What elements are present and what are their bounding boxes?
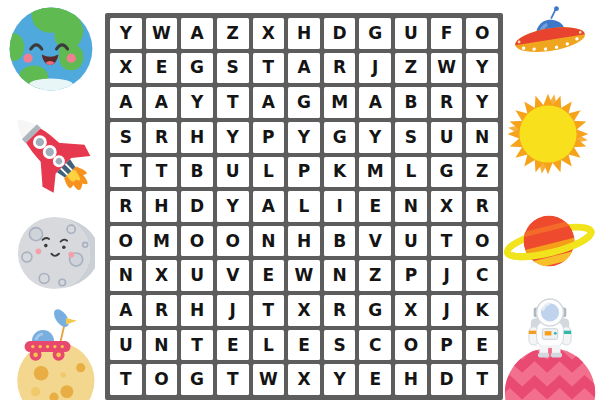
grid-cell[interactable]: T: [253, 295, 285, 326]
grid-cell[interactable]: J: [431, 295, 463, 326]
grid-cell[interactable]: D: [431, 364, 463, 395]
grid-cell[interactable]: N: [253, 226, 285, 257]
grid-cell[interactable]: H: [395, 364, 427, 395]
grid-cell[interactable]: A: [253, 191, 285, 222]
grid-cell[interactable]: Z: [466, 157, 498, 188]
grid-cell[interactable]: S: [395, 122, 427, 153]
grid-cell[interactable]: O: [466, 226, 498, 257]
grid-cell[interactable]: M: [146, 226, 178, 257]
grid-cell[interactable]: A: [110, 87, 142, 118]
grid-cell[interactable]: Y: [466, 53, 498, 84]
grid-cell[interactable]: Y: [288, 122, 320, 153]
grid-cell[interactable]: N: [324, 260, 356, 291]
grid-cell[interactable]: A: [181, 18, 213, 49]
grid-cell[interactable]: J: [217, 295, 249, 326]
grid-cell[interactable]: X: [110, 53, 142, 84]
grid-cell[interactable]: L: [288, 191, 320, 222]
grid-cell[interactable]: V: [217, 260, 249, 291]
grid-cell[interactable]: H: [181, 295, 213, 326]
grid-cell[interactable]: R: [466, 191, 498, 222]
grid-cell[interactable]: E: [288, 330, 320, 361]
grid-cell[interactable]: X: [146, 260, 178, 291]
astronaut-planet-icon: [502, 293, 598, 400]
grid-cell[interactable]: D: [324, 18, 356, 49]
grid-cell[interactable]: G: [288, 87, 320, 118]
grid-cell[interactable]: X: [288, 364, 320, 395]
grid-cell[interactable]: L: [253, 330, 285, 361]
grid-cell[interactable]: T: [217, 87, 249, 118]
word-search-grid: YWAZXHDGUFOXEGSTARJZWYAAYTAGMABRYSRHYPYG…: [105, 13, 503, 400]
grid-cell[interactable]: R: [324, 295, 356, 326]
grid-cell[interactable]: T: [253, 53, 285, 84]
grid-cell[interactable]: T: [110, 157, 142, 188]
grid-cell[interactable]: Y: [181, 87, 213, 118]
grid-cell[interactable]: K: [466, 295, 498, 326]
grid-cell[interactable]: U: [217, 157, 249, 188]
grid-cell[interactable]: T: [110, 364, 142, 395]
grid-cell[interactable]: Z: [217, 18, 249, 49]
grid-cell[interactable]: A: [359, 87, 391, 118]
grid-cell[interactable]: V: [359, 226, 391, 257]
grid-cell[interactable]: M: [359, 157, 391, 188]
grid-cell[interactable]: Y: [217, 122, 249, 153]
grid-cell[interactable]: R: [110, 191, 142, 222]
grid-cell[interactable]: E: [146, 53, 178, 84]
grid-cell[interactable]: A: [110, 295, 142, 326]
grid-cell[interactable]: T: [181, 330, 213, 361]
grid-cell[interactable]: E: [253, 260, 285, 291]
grid-cell[interactable]: E: [217, 330, 249, 361]
grid-cell[interactable]: C: [359, 330, 391, 361]
moon-icon: [13, 212, 95, 294]
grid-cell[interactable]: N: [110, 260, 142, 291]
grid-cell[interactable]: J: [431, 260, 463, 291]
grid-cell[interactable]: G: [359, 18, 391, 49]
grid-cell[interactable]: E: [466, 330, 498, 361]
grid-cell[interactable]: G: [324, 122, 356, 153]
grid-cell[interactable]: R: [324, 53, 356, 84]
grid-cell[interactable]: N: [146, 330, 178, 361]
grid-cell[interactable]: H: [146, 191, 178, 222]
grid-cell[interactable]: R: [431, 87, 463, 118]
grid-cell[interactable]: G: [431, 157, 463, 188]
grid-cell[interactable]: A: [146, 87, 178, 118]
grid-cell[interactable]: B: [324, 226, 356, 257]
earth-icon: [5, 3, 97, 95]
grid-cell[interactable]: H: [288, 18, 320, 49]
grid-cell[interactable]: J: [359, 53, 391, 84]
grid-cell[interactable]: U: [431, 122, 463, 153]
grid-cell[interactable]: M: [324, 87, 356, 118]
grid-cell[interactable]: T: [146, 157, 178, 188]
grid-cell[interactable]: W: [253, 364, 285, 395]
saturn-icon: [500, 206, 598, 276]
grid-cell[interactable]: Z: [359, 260, 391, 291]
grid-cell[interactable]: S: [324, 330, 356, 361]
grid-cell[interactable]: U: [181, 260, 213, 291]
grid-cell[interactable]: O: [110, 226, 142, 257]
grid-cell[interactable]: T: [217, 364, 249, 395]
grid-cell[interactable]: U: [395, 226, 427, 257]
grid-cell[interactable]: T: [431, 226, 463, 257]
grid-cell[interactable]: H: [288, 226, 320, 257]
grid-cell[interactable]: X: [431, 191, 463, 222]
grid-cell[interactable]: O: [466, 18, 498, 49]
grid-cell[interactable]: Y: [110, 18, 142, 49]
sun-icon: [506, 92, 590, 176]
grid-cell[interactable]: W: [146, 18, 178, 49]
grid-cell[interactable]: U: [110, 330, 142, 361]
grid-cell[interactable]: Y: [324, 364, 356, 395]
grid-cell[interactable]: G: [359, 295, 391, 326]
grid-cell[interactable]: O: [217, 226, 249, 257]
grid-cell[interactable]: Y: [466, 87, 498, 118]
grid-cell[interactable]: S: [110, 122, 142, 153]
grid-cell[interactable]: H: [181, 122, 213, 153]
grid-cell[interactable]: R: [146, 295, 178, 326]
grid-cell[interactable]: X: [253, 18, 285, 49]
moon-rover-planet-icon: [8, 306, 100, 400]
grid-cell[interactable]: S: [217, 53, 249, 84]
grid-cell[interactable]: F: [431, 18, 463, 49]
grid-cell[interactable]: T: [466, 364, 498, 395]
grid-cell[interactable]: G: [181, 364, 213, 395]
grid-cell[interactable]: C: [466, 260, 498, 291]
grid-cell[interactable]: E: [359, 191, 391, 222]
grid-cell[interactable]: P: [395, 260, 427, 291]
grid-cell[interactable]: O: [395, 330, 427, 361]
grid-cell[interactable]: N: [395, 191, 427, 222]
grid-cell[interactable]: P: [288, 157, 320, 188]
grid-cell[interactable]: Y: [217, 191, 249, 222]
grid-cell[interactable]: B: [181, 157, 213, 188]
grid-cell[interactable]: N: [466, 122, 498, 153]
grid-cell[interactable]: X: [395, 295, 427, 326]
grid-cell[interactable]: L: [395, 157, 427, 188]
grid-cell[interactable]: R: [146, 122, 178, 153]
grid-cell[interactable]: L: [253, 157, 285, 188]
rocket-icon: [2, 100, 104, 205]
grid-cell[interactable]: A: [288, 53, 320, 84]
grid-cell[interactable]: Y: [359, 122, 391, 153]
grid-cell[interactable]: P: [253, 122, 285, 153]
grid-cell[interactable]: W: [288, 260, 320, 291]
grid-cell[interactable]: Z: [395, 53, 427, 84]
ufo-icon: [506, 6, 592, 58]
grid-cell[interactable]: D: [181, 191, 213, 222]
grid-cell[interactable]: X: [288, 295, 320, 326]
grid-cell[interactable]: O: [146, 364, 178, 395]
grid-cell[interactable]: A: [253, 87, 285, 118]
grid-cell[interactable]: G: [181, 53, 213, 84]
grid-cell[interactable]: I: [324, 191, 356, 222]
grid-cell[interactable]: B: [395, 87, 427, 118]
grid-cell[interactable]: O: [181, 226, 213, 257]
grid-cell[interactable]: K: [324, 157, 356, 188]
grid-cell[interactable]: U: [395, 18, 427, 49]
grid-cell[interactable]: P: [431, 330, 463, 361]
grid-cell[interactable]: E: [359, 364, 391, 395]
grid-cell[interactable]: W: [431, 53, 463, 84]
